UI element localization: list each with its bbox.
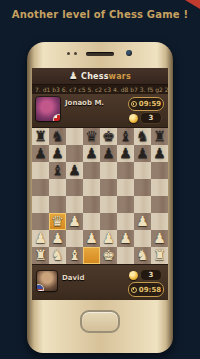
square-f3[interactable] bbox=[117, 213, 134, 230]
piece-white-bishop-c1: ♝ bbox=[66, 247, 83, 264]
player-name: David bbox=[62, 274, 85, 282]
square-h8[interactable]: ♜ bbox=[151, 128, 168, 145]
square-a3[interactable] bbox=[32, 213, 49, 230]
piece-black-pawn-f7: ♟ bbox=[117, 145, 134, 162]
square-c4[interactable] bbox=[66, 196, 83, 213]
piece-white-rook-a1: ♜ bbox=[32, 247, 49, 264]
piece-black-pawn-c6: ♟ bbox=[66, 162, 83, 179]
square-c7[interactable] bbox=[66, 145, 83, 162]
coin-icon bbox=[129, 271, 138, 280]
phone-frame: ♟ Chesswars 7. d1 b3 6. c7 c5 5. c2 c3 4… bbox=[27, 42, 173, 353]
speaker-grille bbox=[86, 52, 114, 56]
piece-black-pawn-e7: ♟ bbox=[100, 145, 117, 162]
square-f2[interactable]: ♟ bbox=[117, 230, 134, 247]
piece-black-bishop-b6: ♝ bbox=[49, 162, 66, 179]
proximity-sensor-dot bbox=[67, 52, 70, 55]
piece-white-pawn-b2: ♟ bbox=[49, 230, 66, 247]
square-g7[interactable]: ♟ bbox=[134, 145, 151, 162]
opponent-avatar[interactable] bbox=[36, 97, 60, 121]
square-h4[interactable] bbox=[151, 196, 168, 213]
player-coins: 3 bbox=[129, 269, 162, 281]
square-f5[interactable] bbox=[117, 179, 134, 196]
square-g3[interactable]: ♟ bbox=[134, 213, 151, 230]
app-screen: ♟ Chesswars 7. d1 b3 6. c7 c5 5. c2 c3 4… bbox=[32, 68, 168, 300]
square-g1[interactable]: ♞ bbox=[134, 247, 151, 264]
square-g8[interactable]: ♞ bbox=[134, 128, 151, 145]
piece-black-knight-g8: ♞ bbox=[134, 128, 151, 145]
square-f1[interactable] bbox=[117, 247, 134, 264]
square-d6[interactable] bbox=[83, 162, 100, 179]
square-f4[interactable] bbox=[117, 196, 134, 213]
piece-white-pawn-a2: ♟ bbox=[32, 230, 49, 247]
square-d1[interactable] bbox=[83, 247, 100, 264]
opponent-coin-count: 3 bbox=[140, 112, 162, 124]
square-c6[interactable]: ♟ bbox=[66, 162, 83, 179]
opponent-timer-value: 09:59 bbox=[139, 100, 161, 108]
square-f8[interactable]: ♝ bbox=[117, 128, 134, 145]
square-h7[interactable]: ♟ bbox=[151, 145, 168, 162]
square-h1[interactable]: ♜ bbox=[151, 247, 168, 264]
square-a7[interactable]: ♟ bbox=[32, 145, 49, 162]
square-b7[interactable]: ♟ bbox=[49, 145, 66, 162]
square-h2[interactable]: ♟ bbox=[151, 230, 168, 247]
piece-black-knight-b8: ♞ bbox=[49, 128, 66, 145]
piece-white-pawn-c3: ♟ bbox=[66, 213, 83, 230]
square-d3[interactable] bbox=[83, 213, 100, 230]
piece-white-knight-b1: ♞ bbox=[49, 247, 66, 264]
square-a5[interactable] bbox=[32, 179, 49, 196]
square-d4[interactable] bbox=[83, 196, 100, 213]
england-flag-icon bbox=[54, 115, 60, 121]
corner-ribbon bbox=[185, 0, 200, 9]
square-b8[interactable]: ♞ bbox=[49, 128, 66, 145]
promo-screenshot: Another level of Chess Game ! ♟ Chesswar… bbox=[0, 0, 200, 359]
square-a6[interactable] bbox=[32, 162, 49, 179]
app-header: ♟ Chesswars bbox=[32, 68, 168, 84]
square-h6[interactable] bbox=[151, 162, 168, 179]
piece-black-pawn-g7: ♟ bbox=[134, 145, 151, 162]
square-d8[interactable]: ♛ bbox=[83, 128, 100, 145]
square-e1[interactable]: ♚ bbox=[100, 247, 117, 264]
opponent-bar: Jonaob M. 09:59 3 bbox=[32, 94, 168, 128]
home-button[interactable] bbox=[80, 310, 120, 333]
piece-black-queen-d8: ♛ bbox=[83, 128, 100, 145]
square-e8[interactable]: ♚ bbox=[100, 128, 117, 145]
coin-icon bbox=[129, 114, 138, 123]
piece-black-bishop-f8: ♝ bbox=[117, 128, 134, 145]
clock-icon bbox=[131, 101, 137, 107]
square-c5[interactable] bbox=[66, 179, 83, 196]
square-a1[interactable]: ♜ bbox=[32, 247, 49, 264]
square-g2[interactable] bbox=[134, 230, 151, 247]
square-e6[interactable] bbox=[100, 162, 117, 179]
square-b1[interactable]: ♞ bbox=[49, 247, 66, 264]
piece-white-queen-b3: ♛ bbox=[49, 213, 66, 230]
square-f7[interactable]: ♟ bbox=[117, 145, 134, 162]
square-c2[interactable] bbox=[66, 230, 83, 247]
piece-black-rook-a8: ♜ bbox=[32, 128, 49, 145]
square-g5[interactable] bbox=[134, 179, 151, 196]
square-d2[interactable]: ♟ bbox=[83, 230, 100, 247]
light-sensor-dot bbox=[74, 52, 77, 55]
square-a4[interactable] bbox=[32, 196, 49, 213]
square-c1[interactable]: ♝ bbox=[66, 247, 83, 264]
piece-black-rook-h8: ♜ bbox=[151, 128, 168, 145]
square-g4[interactable] bbox=[134, 196, 151, 213]
square-e2[interactable]: ♟ bbox=[100, 230, 117, 247]
pawn-icon: ♟ bbox=[69, 71, 78, 81]
player-timer-value: 09:58 bbox=[139, 286, 161, 294]
opponent-coins: 3 bbox=[129, 112, 162, 124]
piece-black-king-e8: ♚ bbox=[100, 128, 117, 145]
move-list[interactable]: 7. d1 b3 6. c7 c5 5. c2 c3 4. d8 b7 3. f… bbox=[32, 84, 168, 94]
piece-white-pawn-h2: ♟ bbox=[151, 230, 168, 247]
square-b2[interactable]: ♟ bbox=[49, 230, 66, 247]
square-d5[interactable] bbox=[83, 179, 100, 196]
front-camera bbox=[126, 50, 132, 56]
square-b4[interactable] bbox=[49, 196, 66, 213]
piece-white-rook-h1: ♜ bbox=[151, 247, 168, 264]
promo-headline: Another level of Chess Game ! bbox=[0, 9, 200, 20]
player-coin-count: 3 bbox=[140, 269, 162, 281]
chess-board: ♜♞♛♚♝♞♜♟♟♟♟♟♟♟♝♟♛♟♟♟♟♟♟♟♟♜♞♝♚♞♜ bbox=[32, 128, 168, 264]
square-a2[interactable]: ♟ bbox=[32, 230, 49, 247]
piece-white-pawn-e2: ♟ bbox=[100, 230, 117, 247]
square-f6[interactable] bbox=[117, 162, 134, 179]
square-e3[interactable] bbox=[100, 213, 117, 230]
square-b3[interactable]: ♛ bbox=[49, 213, 66, 230]
player-bar: David 3 09:58 bbox=[32, 264, 168, 300]
square-e5[interactable] bbox=[100, 179, 117, 196]
piece-black-pawn-d7: ♟ bbox=[83, 145, 100, 162]
piece-black-pawn-a7: ♟ bbox=[32, 145, 49, 162]
square-e4[interactable] bbox=[100, 196, 117, 213]
square-g6[interactable] bbox=[134, 162, 151, 179]
piece-white-pawn-g3: ♟ bbox=[134, 213, 151, 230]
square-h3[interactable] bbox=[151, 213, 168, 230]
player-avatar[interactable] bbox=[37, 271, 57, 291]
square-h5[interactable] bbox=[151, 179, 168, 196]
player-timer: 09:58 bbox=[128, 282, 164, 297]
square-b5[interactable] bbox=[49, 179, 66, 196]
usa-flag-icon bbox=[37, 285, 43, 291]
piece-white-pawn-d2: ♟ bbox=[83, 230, 100, 247]
piece-black-pawn-b7: ♟ bbox=[49, 145, 66, 162]
opponent-timer: 09:59 bbox=[128, 97, 164, 111]
square-d7[interactable]: ♟ bbox=[83, 145, 100, 162]
app-title: Chesswars bbox=[81, 72, 131, 81]
opponent-name: Jonaob M. bbox=[65, 99, 104, 107]
app-title-primary: Chess bbox=[81, 72, 109, 81]
square-e7[interactable]: ♟ bbox=[100, 145, 117, 162]
app-title-suffix: wars bbox=[109, 72, 131, 81]
piece-white-king-e1: ♚ bbox=[100, 247, 117, 264]
piece-white-knight-g1: ♞ bbox=[134, 247, 151, 264]
piece-white-pawn-f2: ♟ bbox=[117, 230, 134, 247]
square-a8[interactable]: ♜ bbox=[32, 128, 49, 145]
square-c8[interactable] bbox=[66, 128, 83, 145]
square-c3[interactable]: ♟ bbox=[66, 213, 83, 230]
clock-icon bbox=[131, 287, 137, 293]
square-b6[interactable]: ♝ bbox=[49, 162, 66, 179]
piece-black-pawn-h7: ♟ bbox=[151, 145, 168, 162]
